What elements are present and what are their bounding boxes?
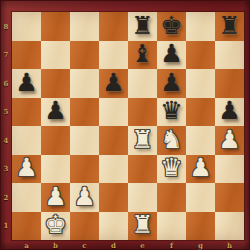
rank-label-5: 5 — [0, 98, 12, 127]
square-e2[interactable] — [128, 183, 157, 212]
square-d7[interactable] — [99, 41, 128, 70]
square-a4[interactable] — [12, 126, 41, 155]
black-pawn-f6[interactable]: ♟ — [160, 70, 182, 95]
file-label-d: d — [99, 240, 128, 250]
square-d4[interactable] — [99, 126, 128, 155]
square-h1[interactable] — [215, 212, 244, 241]
file-labels: abcdefgh — [12, 240, 244, 250]
square-f2[interactable] — [157, 183, 186, 212]
square-h6[interactable] — [215, 69, 244, 98]
square-e1[interactable]: ♜ — [128, 212, 157, 241]
chess-board: ♜♚♜♝♟♟♟♟♟♛♟♜♞♟♟♛♟♟♟♚♜ — [12, 12, 244, 240]
square-f4[interactable]: ♞ — [157, 126, 186, 155]
square-b8[interactable] — [41, 12, 70, 41]
square-h5[interactable]: ♟ — [215, 98, 244, 127]
square-g6[interactable] — [186, 69, 215, 98]
square-c7[interactable] — [70, 41, 99, 70]
black-pawn-h5[interactable]: ♟ — [218, 98, 240, 123]
square-g7[interactable] — [186, 41, 215, 70]
square-e6[interactable] — [128, 69, 157, 98]
white-queen-f3[interactable]: ♛ — [160, 155, 182, 180]
black-queen-f5[interactable]: ♛ — [160, 98, 182, 123]
white-pawn-g3[interactable]: ♟ — [189, 155, 211, 180]
square-g3[interactable]: ♟ — [186, 155, 215, 184]
file-label-c: c — [70, 240, 99, 250]
square-c4[interactable] — [70, 126, 99, 155]
rank-label-4: 4 — [0, 126, 12, 155]
square-e5[interactable] — [128, 98, 157, 127]
square-h8[interactable]: ♜ — [215, 12, 244, 41]
square-d1[interactable] — [99, 212, 128, 241]
square-c2[interactable]: ♟ — [70, 183, 99, 212]
white-king-b1[interactable]: ♚ — [44, 212, 66, 237]
square-a1[interactable] — [12, 212, 41, 241]
white-rook-e4[interactable]: ♜ — [131, 127, 153, 152]
square-d2[interactable] — [99, 183, 128, 212]
file-label-e: e — [128, 240, 157, 250]
square-a6[interactable]: ♟ — [12, 69, 41, 98]
black-pawn-b5[interactable]: ♟ — [44, 98, 66, 123]
square-b4[interactable] — [41, 126, 70, 155]
square-a8[interactable] — [12, 12, 41, 41]
black-pawn-f7[interactable]: ♟ — [160, 41, 182, 66]
square-h3[interactable] — [215, 155, 244, 184]
square-f6[interactable]: ♟ — [157, 69, 186, 98]
black-bishop-e7[interactable]: ♝ — [131, 41, 153, 66]
square-a3[interactable]: ♟ — [12, 155, 41, 184]
black-pawn-a6[interactable]: ♟ — [15, 70, 37, 95]
square-f1[interactable] — [157, 212, 186, 241]
square-b3[interactable] — [41, 155, 70, 184]
square-g5[interactable] — [186, 98, 215, 127]
rank-label-2: 2 — [0, 183, 12, 212]
white-pawn-h4[interactable]: ♟ — [218, 127, 240, 152]
square-h2[interactable] — [215, 183, 244, 212]
square-b2[interactable]: ♟ — [41, 183, 70, 212]
white-rook-e1[interactable]: ♜ — [131, 212, 153, 237]
square-f8[interactable]: ♚ — [157, 12, 186, 41]
black-rook-h8[interactable]: ♜ — [218, 13, 240, 38]
square-e3[interactable] — [128, 155, 157, 184]
square-d5[interactable] — [99, 98, 128, 127]
square-b5[interactable]: ♟ — [41, 98, 70, 127]
rank-label-7: 7 — [0, 41, 12, 70]
square-f3[interactable]: ♛ — [157, 155, 186, 184]
square-h7[interactable] — [215, 41, 244, 70]
square-f7[interactable]: ♟ — [157, 41, 186, 70]
square-c6[interactable] — [70, 69, 99, 98]
square-c1[interactable] — [70, 212, 99, 241]
white-pawn-c2[interactable]: ♟ — [73, 184, 95, 209]
square-g2[interactable] — [186, 183, 215, 212]
white-knight-f4[interactable]: ♞ — [160, 127, 182, 152]
rank-label-3: 3 — [0, 155, 12, 184]
square-a5[interactable] — [12, 98, 41, 127]
rank-labels: 87654321 — [0, 12, 12, 240]
square-d3[interactable] — [99, 155, 128, 184]
file-label-g: g — [186, 240, 215, 250]
square-b7[interactable] — [41, 41, 70, 70]
rank-label-8: 8 — [0, 12, 12, 41]
file-label-b: b — [41, 240, 70, 250]
square-g4[interactable] — [186, 126, 215, 155]
square-b1[interactable]: ♚ — [41, 212, 70, 241]
square-d8[interactable] — [99, 12, 128, 41]
square-c5[interactable] — [70, 98, 99, 127]
black-king-f8[interactable]: ♚ — [160, 13, 182, 38]
square-h4[interactable]: ♟ — [215, 126, 244, 155]
square-c3[interactable] — [70, 155, 99, 184]
square-c8[interactable] — [70, 12, 99, 41]
rank-label-6: 6 — [0, 69, 12, 98]
square-e4[interactable]: ♜ — [128, 126, 157, 155]
square-e7[interactable]: ♝ — [128, 41, 157, 70]
square-f5[interactable]: ♛ — [157, 98, 186, 127]
square-b6[interactable] — [41, 69, 70, 98]
white-pawn-b2[interactable]: ♟ — [44, 184, 66, 209]
white-pawn-a3[interactable]: ♟ — [15, 155, 37, 180]
square-g1[interactable] — [186, 212, 215, 241]
file-label-h: h — [215, 240, 244, 250]
square-a2[interactable] — [12, 183, 41, 212]
file-label-a: a — [12, 240, 41, 250]
file-label-f: f — [157, 240, 186, 250]
black-rook-e8[interactable]: ♜ — [131, 13, 153, 38]
rank-label-1: 1 — [0, 212, 12, 241]
square-e8[interactable]: ♜ — [128, 12, 157, 41]
square-d6[interactable]: ♟ — [99, 69, 128, 98]
black-pawn-d6[interactable]: ♟ — [102, 70, 124, 95]
square-a7[interactable] — [12, 41, 41, 70]
square-g8[interactable] — [186, 12, 215, 41]
chessboard-frame: ♜♚♜♝♟♟♟♟♟♛♟♜♞♟♟♛♟♟♟♚♜ 87654321 abcdefgh — [0, 0, 250, 250]
